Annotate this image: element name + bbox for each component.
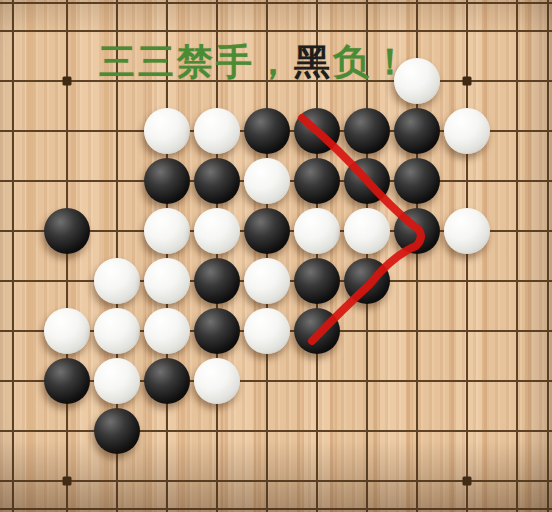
stone-white: [94, 258, 140, 304]
caption-segment: 黑: [294, 41, 333, 82]
stone-black: [294, 308, 340, 354]
stone-black: [244, 208, 290, 254]
stone-black: [394, 208, 440, 254]
stone-black: [44, 208, 90, 254]
stone-black: [344, 108, 390, 154]
stone-white: [294, 208, 340, 254]
stone-black: [94, 408, 140, 454]
stone-black: [394, 108, 440, 154]
stone-black: [144, 358, 190, 404]
stone-black: [294, 158, 340, 204]
stone-white: [194, 358, 240, 404]
stone-black: [344, 158, 390, 204]
caption-segment: 负！: [333, 41, 411, 82]
stone-white: [344, 208, 390, 254]
stone-black: [344, 258, 390, 304]
stone-black: [244, 108, 290, 154]
stone-white: [144, 208, 190, 254]
stone-black: [194, 158, 240, 204]
star-point: [63, 77, 72, 86]
stone-black: [194, 308, 240, 354]
stone-black: [144, 158, 190, 204]
stone-white: [444, 208, 490, 254]
stone-white: [244, 308, 290, 354]
star-point: [463, 477, 472, 486]
caption: 三三禁手，黑负！: [99, 44, 552, 80]
stone-white: [444, 108, 490, 154]
star-point: [63, 477, 72, 486]
stone-white: [194, 108, 240, 154]
gomoku-board[interactable]: 三三禁手，黑负！: [0, 0, 552, 512]
stone-white: [94, 358, 140, 404]
stone-white: [144, 258, 190, 304]
stone-white: [144, 108, 190, 154]
stone-black: [294, 258, 340, 304]
stone-black: [44, 358, 90, 404]
stone-white: [244, 158, 290, 204]
stone-white: [94, 308, 140, 354]
stone-white: [194, 208, 240, 254]
stone-white: [144, 308, 190, 354]
stone-black: [294, 108, 340, 154]
stone-black: [194, 258, 240, 304]
stone-black: [394, 158, 440, 204]
stone-white: [44, 308, 90, 354]
caption-segment: 三三禁手，: [99, 41, 294, 82]
stone-white: [244, 258, 290, 304]
